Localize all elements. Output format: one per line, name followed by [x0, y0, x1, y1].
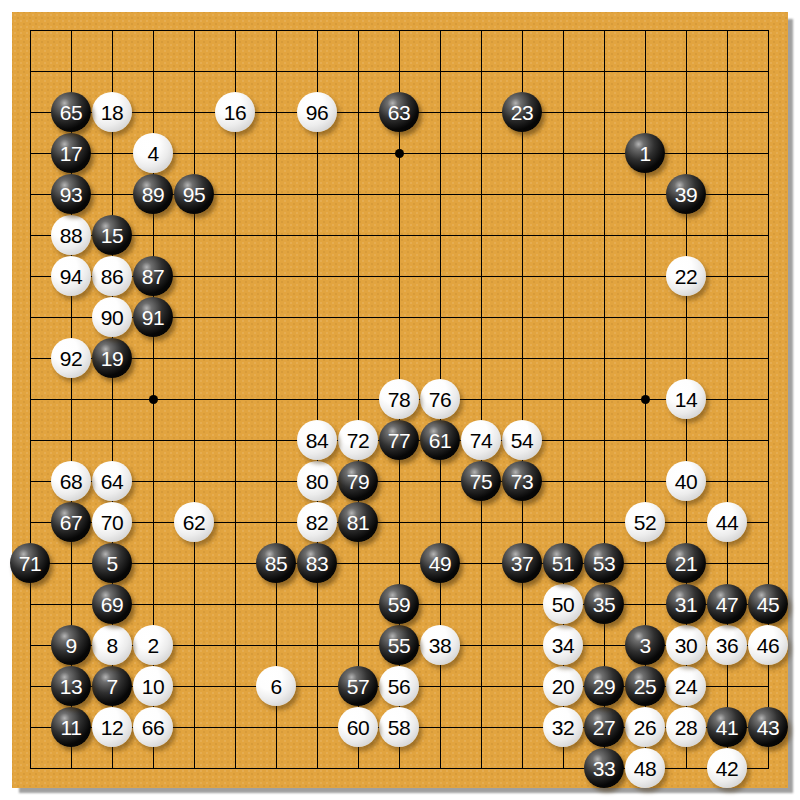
stones-layer: 1234567891011121314151617181920212223242… — [10, 10, 789, 789]
stone-move-32: 32 — [543, 707, 583, 747]
stone-move-21: 21 — [666, 543, 706, 583]
stone-move-74: 74 — [461, 420, 501, 460]
stone-move-8: 8 — [92, 625, 132, 665]
stone-move-12: 12 — [92, 707, 132, 747]
stone-move-35: 35 — [584, 584, 624, 624]
stone-move-76: 76 — [420, 379, 460, 419]
stone-move-9: 9 — [51, 625, 91, 665]
stone-move-17: 17 — [51, 133, 91, 173]
stone-move-20: 20 — [543, 666, 583, 706]
stone-move-88: 88 — [51, 215, 91, 255]
stone-move-33: 33 — [584, 748, 624, 788]
stone-move-26: 26 — [625, 707, 665, 747]
stone-move-90: 90 — [92, 297, 132, 337]
stone-move-42: 42 — [707, 748, 747, 788]
stone-move-11: 11 — [51, 707, 91, 747]
stone-move-87: 87 — [133, 256, 173, 296]
go-board[interactable]: 1234567891011121314151617181920212223242… — [12, 12, 788, 788]
stone-move-15: 15 — [92, 215, 132, 255]
stone-move-60: 60 — [338, 707, 378, 747]
stone-move-55: 55 — [379, 625, 419, 665]
stone-move-72: 72 — [338, 420, 378, 460]
stone-move-27: 27 — [584, 707, 624, 747]
page-background: 1234567891011121314151617181920212223242… — [0, 0, 800, 800]
stone-move-79: 79 — [338, 461, 378, 501]
stone-move-51: 51 — [543, 543, 583, 583]
stone-move-29: 29 — [584, 666, 624, 706]
stone-move-45: 45 — [748, 584, 788, 624]
stone-move-91: 91 — [133, 297, 173, 337]
stone-move-66: 66 — [133, 707, 173, 747]
stone-move-58: 58 — [379, 707, 419, 747]
stone-move-3: 3 — [625, 625, 665, 665]
stone-move-89: 89 — [133, 174, 173, 214]
stone-move-67: 67 — [51, 502, 91, 542]
stone-move-57: 57 — [338, 666, 378, 706]
stone-move-10: 10 — [133, 666, 173, 706]
stone-move-41: 41 — [707, 707, 747, 747]
stone-move-69: 69 — [92, 584, 132, 624]
stone-move-31: 31 — [666, 584, 706, 624]
stone-move-16: 16 — [215, 92, 255, 132]
stone-move-65: 65 — [51, 92, 91, 132]
stone-move-22: 22 — [666, 256, 706, 296]
stone-move-83: 83 — [297, 543, 337, 583]
stone-move-36: 36 — [707, 625, 747, 665]
stone-move-43: 43 — [748, 707, 788, 747]
stone-move-46: 46 — [748, 625, 788, 665]
stone-move-77: 77 — [379, 420, 419, 460]
stone-move-82: 82 — [297, 502, 337, 542]
stone-move-2: 2 — [133, 625, 173, 665]
stone-move-24: 24 — [666, 666, 706, 706]
stone-move-14: 14 — [666, 379, 706, 419]
stone-move-68: 68 — [51, 461, 91, 501]
stone-move-25: 25 — [625, 666, 665, 706]
stone-move-34: 34 — [543, 625, 583, 665]
stone-move-19: 19 — [92, 338, 132, 378]
stone-move-39: 39 — [666, 174, 706, 214]
stone-move-62: 62 — [174, 502, 214, 542]
stone-move-80: 80 — [297, 461, 337, 501]
stone-move-38: 38 — [420, 625, 460, 665]
stone-move-52: 52 — [625, 502, 665, 542]
stone-move-96: 96 — [297, 92, 337, 132]
stone-move-73: 73 — [502, 461, 542, 501]
stone-move-84: 84 — [297, 420, 337, 460]
stone-move-78: 78 — [379, 379, 419, 419]
stone-move-49: 49 — [420, 543, 460, 583]
stone-move-54: 54 — [502, 420, 542, 460]
stone-move-85: 85 — [256, 543, 296, 583]
stone-move-56: 56 — [379, 666, 419, 706]
stone-move-86: 86 — [92, 256, 132, 296]
stone-move-37: 37 — [502, 543, 542, 583]
stone-move-28: 28 — [666, 707, 706, 747]
stone-move-47: 47 — [707, 584, 747, 624]
stone-move-94: 94 — [51, 256, 91, 296]
stone-move-75: 75 — [461, 461, 501, 501]
stone-move-59: 59 — [379, 584, 419, 624]
stone-move-23: 23 — [502, 92, 542, 132]
stone-move-5: 5 — [92, 543, 132, 583]
stone-move-7: 7 — [92, 666, 132, 706]
stone-move-48: 48 — [625, 748, 665, 788]
stone-move-40: 40 — [666, 461, 706, 501]
stone-move-1: 1 — [625, 133, 665, 173]
stone-move-13: 13 — [51, 666, 91, 706]
stone-move-50: 50 — [543, 584, 583, 624]
stone-move-61: 61 — [420, 420, 460, 460]
stone-move-92: 92 — [51, 338, 91, 378]
stone-move-18: 18 — [92, 92, 132, 132]
stone-move-6: 6 — [256, 666, 296, 706]
stone-move-63: 63 — [379, 92, 419, 132]
stone-move-81: 81 — [338, 502, 378, 542]
stone-move-53: 53 — [584, 543, 624, 583]
stone-move-30: 30 — [666, 625, 706, 665]
stone-move-44: 44 — [707, 502, 747, 542]
stone-move-93: 93 — [51, 174, 91, 214]
stone-move-71: 71 — [10, 543, 50, 583]
stone-move-4: 4 — [133, 133, 173, 173]
stone-move-95: 95 — [174, 174, 214, 214]
stone-move-64: 64 — [92, 461, 132, 501]
stone-move-70: 70 — [92, 502, 132, 542]
